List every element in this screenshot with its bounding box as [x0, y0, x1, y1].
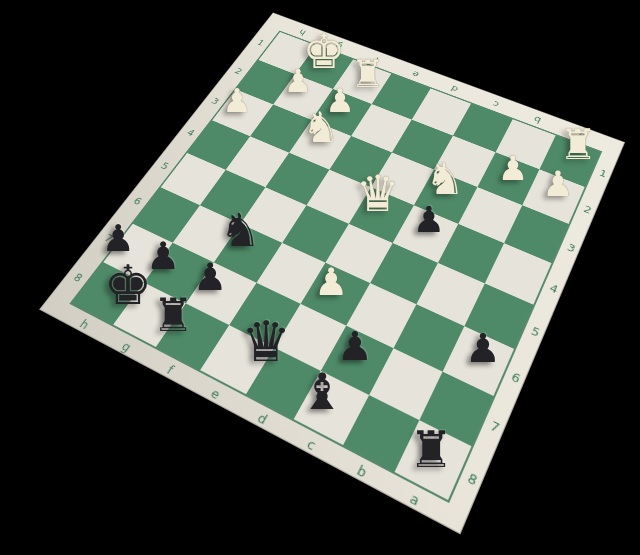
black-bishop-c8[interactable]: ♝	[300, 367, 345, 417]
black-rook-a8[interactable]: ♜	[409, 425, 454, 475]
black-king-g8[interactable]: ♚	[104, 259, 152, 313]
white-rook-a1[interactable]: ♜	[559, 124, 597, 166]
black-pawn-c7[interactable]: ♟	[337, 326, 373, 366]
black-rook-f8[interactable]: ♜	[152, 292, 193, 338]
white-queen-d4[interactable]: ♛	[356, 169, 401, 219]
white-knight-c3[interactable]: ♞	[425, 157, 464, 201]
black-pawn-h7[interactable]: ♟	[101, 220, 134, 257]
chessboard-photo-scene: hh11gg22ff33ee44dd55cc66bb77aa88 ♚♜♟♟♟♞♜…	[0, 0, 640, 555]
white-rook-f1[interactable]: ♜	[351, 55, 385, 93]
black-queen-d8[interactable]: ♛	[241, 314, 291, 370]
black-pawn-c4[interactable]: ♟	[413, 202, 445, 238]
white-pawn-h3[interactable]: ♟	[222, 84, 252, 117]
white-knight-f3[interactable]: ♞	[302, 107, 340, 149]
white-pawn-a2[interactable]: ♟	[542, 167, 573, 202]
white-pawn-g2[interactable]: ♟	[284, 65, 313, 97]
white-pawn-d6[interactable]: ♟	[314, 263, 348, 301]
black-pawn-a6[interactable]: ♟	[465, 328, 501, 368]
black-pawn-f7[interactable]: ♟	[193, 258, 227, 296]
black-knight-f6[interactable]: ♞	[219, 207, 260, 253]
white-pawn-b2[interactable]: ♟	[498, 151, 528, 185]
